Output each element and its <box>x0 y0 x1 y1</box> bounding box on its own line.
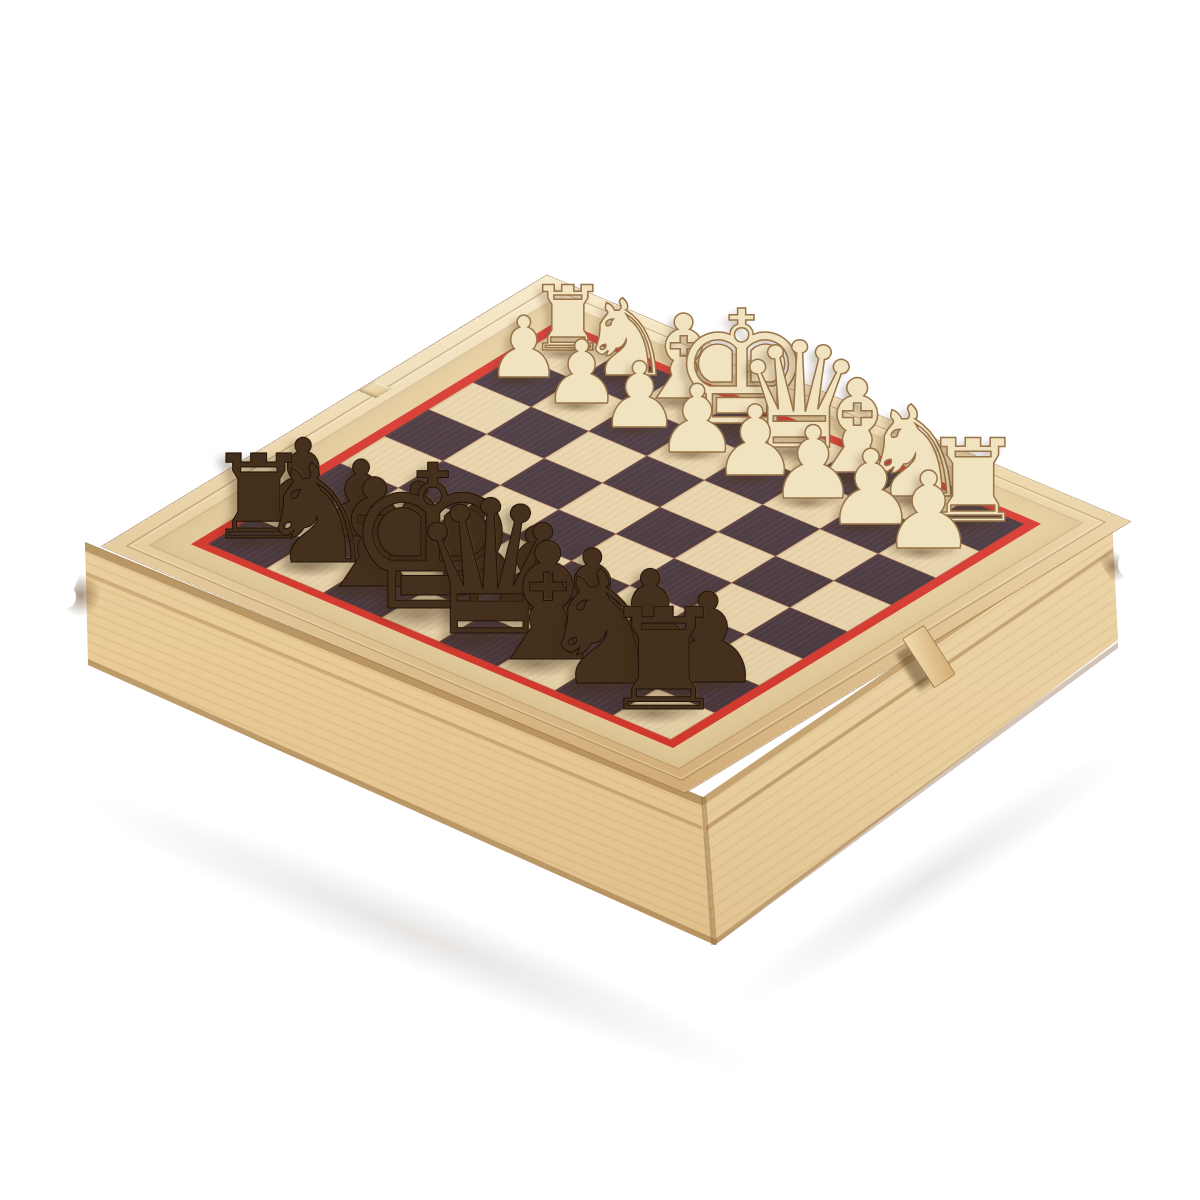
product-photo-stage: ♜♞♟♝♟♚♟♛♟♝♟♞♟♟♜♟♟♜♟♟♞♟♝♟♚♟♛♟♝♟♞♜ <box>0 0 1200 1200</box>
pieces-layer: ♜♞♟♝♟♚♟♛♟♝♟♞♟♟♜♟♟♜♟♟♞♟♝♟♚♟♛♟♝♟♞♜ <box>0 0 1200 1200</box>
finger-notch-east-cutout <box>1118 551 1144 578</box>
piece-white-pawn: ♟ <box>881 458 977 565</box>
piece-black-rook: ♜ <box>601 589 728 730</box>
